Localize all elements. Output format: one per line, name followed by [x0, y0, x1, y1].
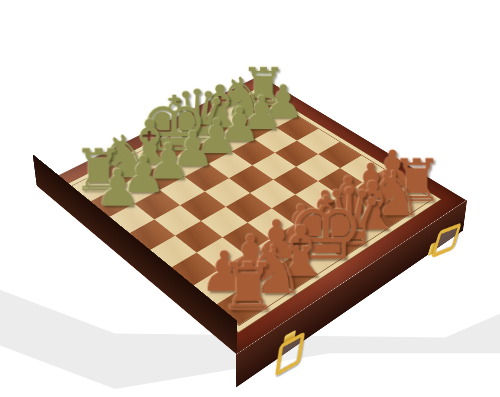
- perspective-stage: ♜♞♝♚♛♝♞♜♟♟♟♟♟♟♟♟♟♟♟♟♟♟♟♟♜♞♝♚♛♝♞♜: [0, 0, 500, 397]
- chess-set-product-photo: ♜♞♝♚♛♝♞♜♟♟♟♟♟♟♟♟♟♟♟♟♟♟♟♟♜♞♝♚♛♝♞♜: [0, 0, 500, 397]
- latch-front-left-loop: [275, 331, 305, 377]
- chess-box: ♜♞♝♚♛♝♞♜♟♟♟♟♟♟♟♟♟♟♟♟♟♟♟♟♜♞♝♚♛♝♞♜: [37, 75, 466, 354]
- latch-front-left: [275, 328, 300, 377]
- latch-front-right-loop: [431, 223, 462, 259]
- latch-front-right: [426, 229, 459, 260]
